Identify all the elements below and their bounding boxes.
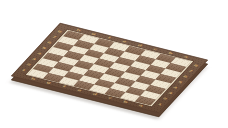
product-photo-background: hgfedcba hgfedcba 87654321 87654321 bbox=[0, 0, 228, 128]
chess-board: hgfedcba hgfedcba 87654321 87654321 bbox=[11, 23, 208, 113]
